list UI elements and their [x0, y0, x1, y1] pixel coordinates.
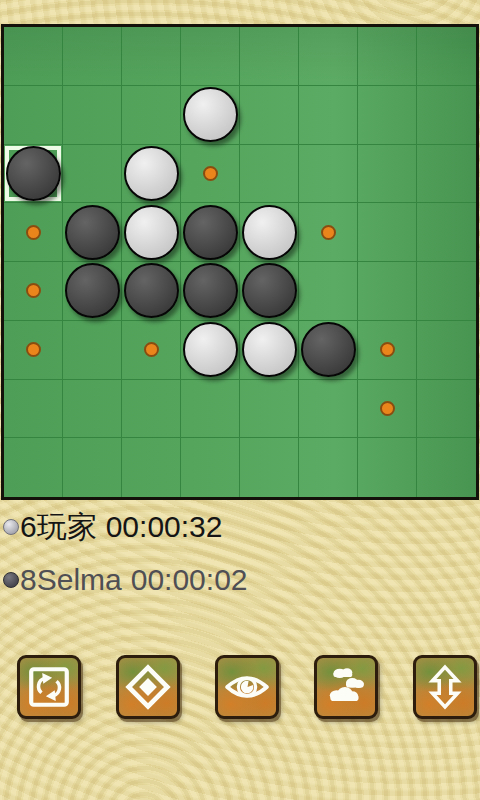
black-disc — [65, 205, 120, 260]
board-cell[interactable] — [122, 321, 181, 380]
clouds-icon — [323, 664, 369, 710]
board-cell[interactable] — [4, 321, 63, 380]
black-disc — [301, 322, 356, 377]
white-disc — [183, 87, 238, 142]
board-cell[interactable] — [4, 86, 63, 145]
clouds-theme-button[interactable] — [314, 655, 378, 719]
player-white-row: 6玩家00:00:32 — [3, 507, 248, 547]
legal-move-hint — [203, 166, 218, 181]
board-cell[interactable] — [181, 86, 240, 145]
board-cell[interactable] — [4, 380, 63, 439]
white-disc-icon — [3, 519, 19, 535]
app-screen: 6玩家00:00:32 8Selma00:00:02 — [0, 0, 480, 800]
legal-move-hint — [321, 225, 336, 240]
board-cell[interactable] — [240, 145, 299, 204]
board-cell[interactable] — [240, 380, 299, 439]
legal-move-hint — [380, 401, 395, 416]
board-cell[interactable] — [4, 145, 63, 204]
board-cell[interactable] — [240, 438, 299, 497]
board-cell[interactable] — [63, 145, 122, 204]
board-cell[interactable] — [122, 203, 181, 262]
white-disc — [183, 322, 238, 377]
board-cell[interactable] — [181, 380, 240, 439]
white-disc — [242, 205, 297, 260]
black-disc — [124, 263, 179, 318]
black-score: 8 — [20, 563, 37, 597]
white-disc — [242, 322, 297, 377]
board-cell[interactable] — [417, 262, 476, 321]
board-cell[interactable] — [299, 86, 358, 145]
board-cell[interactable] — [4, 438, 63, 497]
new-game-button[interactable] — [17, 655, 81, 719]
board-cell[interactable] — [417, 27, 476, 86]
black-disc-icon — [3, 572, 19, 588]
board-cell[interactable] — [358, 262, 417, 321]
diamond-marker-button[interactable] — [116, 655, 180, 719]
board-cell[interactable] — [240, 203, 299, 262]
board-cell[interactable] — [358, 27, 417, 86]
board-cell[interactable] — [417, 438, 476, 497]
player-black-row: 8Selma00:00:02 — [3, 560, 248, 600]
vertical-double-arrow-icon — [422, 664, 468, 710]
white-score: 6 — [20, 510, 37, 544]
board-cell[interactable] — [63, 321, 122, 380]
legal-move-hint — [380, 342, 395, 357]
board-cell[interactable] — [122, 262, 181, 321]
board-cell[interactable] — [181, 262, 240, 321]
board-cell[interactable] — [299, 380, 358, 439]
black-clock: 00:00:02 — [131, 563, 248, 597]
board-cell[interactable] — [181, 203, 240, 262]
board-cell[interactable] — [63, 203, 122, 262]
board-cell[interactable] — [240, 262, 299, 321]
board-cell[interactable] — [4, 262, 63, 321]
black-disc — [65, 263, 120, 318]
board-cell[interactable] — [358, 145, 417, 204]
board-cell[interactable] — [181, 321, 240, 380]
white-disc — [124, 205, 179, 260]
board-cell[interactable] — [240, 27, 299, 86]
board-cell[interactable] — [240, 86, 299, 145]
board-cell[interactable] — [122, 27, 181, 86]
board-cell[interactable] — [299, 262, 358, 321]
board-cell[interactable] — [122, 145, 181, 204]
legal-move-hint — [26, 225, 41, 240]
board-cell[interactable] — [358, 438, 417, 497]
board-cell[interactable] — [358, 86, 417, 145]
board-cell[interactable] — [4, 203, 63, 262]
board-cell[interactable] — [299, 321, 358, 380]
othello-board[interactable] — [1, 24, 479, 500]
board-cell[interactable] — [63, 86, 122, 145]
toolbar — [17, 655, 477, 719]
board-cell[interactable] — [299, 27, 358, 86]
board-cell[interactable] — [358, 321, 417, 380]
board-cell[interactable] — [299, 145, 358, 204]
legal-move-hint — [144, 342, 159, 357]
board-cell[interactable] — [122, 380, 181, 439]
white-clock: 00:00:32 — [106, 510, 223, 544]
black-disc — [6, 146, 61, 201]
board-cell[interactable] — [63, 380, 122, 439]
board-cell[interactable] — [63, 262, 122, 321]
white-disc — [124, 146, 179, 201]
board-cell[interactable] — [240, 321, 299, 380]
board-cell[interactable] — [181, 145, 240, 204]
black-disc — [183, 263, 238, 318]
refresh-cycle-icon — [26, 664, 72, 710]
legal-move-hint — [26, 283, 41, 298]
legal-move-hint — [26, 342, 41, 357]
swap-sides-button[interactable] — [413, 655, 477, 719]
board-cell[interactable] — [417, 203, 476, 262]
diamond-icon — [125, 664, 171, 710]
board-cell[interactable] — [417, 145, 476, 204]
board-cell[interactable] — [122, 438, 181, 497]
board-cell[interactable] — [4, 27, 63, 86]
eye-icon — [224, 664, 270, 710]
board-cell[interactable] — [299, 438, 358, 497]
black-disc — [242, 263, 297, 318]
black-disc — [183, 205, 238, 260]
board-cell[interactable] — [358, 203, 417, 262]
board-cell[interactable] — [417, 86, 476, 145]
board-cell[interactable] — [299, 203, 358, 262]
show-hints-button[interactable] — [215, 655, 279, 719]
player-status-panel: 6玩家00:00:32 8Selma00:00:02 — [3, 507, 248, 613]
board-cell[interactable] — [181, 27, 240, 86]
board-cell[interactable] — [181, 438, 240, 497]
board-cell[interactable] — [417, 321, 476, 380]
board-cell[interactable] — [122, 86, 181, 145]
board-cell[interactable] — [417, 380, 476, 439]
board-cell[interactable] — [63, 27, 122, 86]
black-name: Selma — [37, 563, 122, 597]
board-cell[interactable] — [63, 438, 122, 497]
board-cell[interactable] — [358, 380, 417, 439]
white-name: 玩家 — [37, 507, 97, 548]
